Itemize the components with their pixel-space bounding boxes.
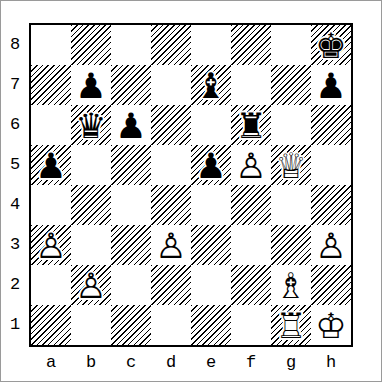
piece-glyph: ♟ xyxy=(311,65,351,105)
piece-glyph: ♚ xyxy=(311,25,351,65)
square-h7[interactable]: ♟♟ xyxy=(311,65,351,105)
square-b8[interactable] xyxy=(71,25,111,65)
piece-white-pawn[interactable]: ♟♙ xyxy=(71,265,111,305)
square-c4[interactable] xyxy=(111,185,151,225)
square-b5[interactable] xyxy=(71,145,111,185)
file-label-a: a xyxy=(31,351,71,375)
square-h5[interactable] xyxy=(311,145,351,185)
rank-label-8: 8 xyxy=(3,25,27,65)
rank-label-2: 2 xyxy=(3,265,27,305)
square-d5[interactable] xyxy=(151,145,191,185)
square-d8[interactable] xyxy=(151,25,191,65)
rank-label-5: 5 xyxy=(3,145,27,185)
piece-glyph: ♗ xyxy=(271,265,311,305)
file-labels: abcdefgh xyxy=(31,351,351,375)
square-c8[interactable] xyxy=(111,25,151,65)
piece-white-pawn[interactable]: ♟♙ xyxy=(31,225,71,265)
piece-black-pawn[interactable]: ♟♟ xyxy=(71,65,111,105)
square-g4[interactable] xyxy=(271,185,311,225)
square-e2[interactable] xyxy=(191,265,231,305)
square-g1[interactable]: ♜♖ xyxy=(271,305,311,345)
square-a1[interactable] xyxy=(31,305,71,345)
piece-white-pawn[interactable]: ♟♙ xyxy=(231,145,271,185)
piece-glyph: ♙ xyxy=(31,225,71,265)
square-a5[interactable]: ♟♟ xyxy=(31,145,71,185)
square-h2[interactable] xyxy=(311,265,351,305)
square-a3[interactable]: ♟♙ xyxy=(31,225,71,265)
square-e4[interactable] xyxy=(191,185,231,225)
square-a6[interactable] xyxy=(31,105,71,145)
chess-diagram-window: ♚♚♟♟♝♝♟♟♛♛♟♟♜♜♟♟♟♟♟♙♛♕♟♙♟♙♟♙♟♙♝♗♜♖♚♔ 876… xyxy=(0,0,382,382)
piece-glyph: ♟ xyxy=(191,145,231,185)
square-h6[interactable] xyxy=(311,105,351,145)
piece-white-bishop[interactable]: ♝♗ xyxy=(271,265,311,305)
square-e6[interactable] xyxy=(191,105,231,145)
file-label-d: d xyxy=(151,351,191,375)
piece-black-pawn[interactable]: ♟♟ xyxy=(191,145,231,185)
square-a2[interactable] xyxy=(31,265,71,305)
file-label-g: g xyxy=(271,351,311,375)
square-b3[interactable] xyxy=(71,225,111,265)
square-d6[interactable] xyxy=(151,105,191,145)
piece-black-pawn[interactable]: ♟♟ xyxy=(31,145,71,185)
file-label-h: h xyxy=(311,351,351,375)
square-a4[interactable] xyxy=(31,185,71,225)
chess-board: ♚♚♟♟♝♝♟♟♛♛♟♟♜♜♟♟♟♟♟♙♛♕♟♙♟♙♟♙♟♙♝♗♜♖♚♔ xyxy=(29,23,353,347)
piece-glyph: ♟ xyxy=(31,145,71,185)
piece-black-queen[interactable]: ♛♛ xyxy=(71,105,111,145)
square-e7[interactable]: ♝♝ xyxy=(191,65,231,105)
square-d3[interactable]: ♟♙ xyxy=(151,225,191,265)
square-g7[interactable] xyxy=(271,65,311,105)
square-f4[interactable] xyxy=(231,185,271,225)
piece-glyph: ♙ xyxy=(71,265,111,305)
rank-label-6: 6 xyxy=(3,105,27,145)
square-e1[interactable] xyxy=(191,305,231,345)
piece-glyph: ♔ xyxy=(311,305,351,345)
piece-glyph: ♝ xyxy=(191,65,231,105)
square-c5[interactable] xyxy=(111,145,151,185)
piece-black-pawn[interactable]: ♟♟ xyxy=(311,65,351,105)
square-b1[interactable] xyxy=(71,305,111,345)
square-c2[interactable] xyxy=(111,265,151,305)
file-label-f: f xyxy=(231,351,271,375)
square-g5[interactable]: ♛♕ xyxy=(271,145,311,185)
piece-glyph: ♟ xyxy=(111,105,151,145)
square-f7[interactable] xyxy=(231,65,271,105)
square-g8[interactable] xyxy=(271,25,311,65)
rank-label-4: 4 xyxy=(3,185,27,225)
piece-black-king[interactable]: ♚♚ xyxy=(311,25,351,65)
piece-glyph: ♟ xyxy=(71,65,111,105)
file-label-b: b xyxy=(71,351,111,375)
square-e8[interactable] xyxy=(191,25,231,65)
square-c1[interactable] xyxy=(111,305,151,345)
square-f2[interactable] xyxy=(231,265,271,305)
square-h3[interactable]: ♟♙ xyxy=(311,225,351,265)
piece-black-pawn[interactable]: ♟♟ xyxy=(111,105,151,145)
square-h8[interactable]: ♚♚ xyxy=(311,25,351,65)
rank-labels: 87654321 xyxy=(3,25,27,345)
piece-glyph: ♛ xyxy=(71,105,111,145)
piece-glyph: ♖ xyxy=(271,305,311,345)
square-f6[interactable]: ♜♜ xyxy=(231,105,271,145)
square-h1[interactable]: ♚♔ xyxy=(311,305,351,345)
square-e3[interactable] xyxy=(191,225,231,265)
rank-label-1: 1 xyxy=(3,305,27,345)
square-g6[interactable] xyxy=(271,105,311,145)
square-d4[interactable] xyxy=(151,185,191,225)
square-g2[interactable]: ♝♗ xyxy=(271,265,311,305)
square-a8[interactable] xyxy=(31,25,71,65)
piece-glyph: ♕ xyxy=(271,145,311,185)
square-e5[interactable]: ♟♟ xyxy=(191,145,231,185)
piece-white-king[interactable]: ♚♔ xyxy=(311,305,351,345)
square-a7[interactable] xyxy=(31,65,71,105)
file-label-c: c xyxy=(111,351,151,375)
rank-label-7: 7 xyxy=(3,65,27,105)
square-f5[interactable]: ♟♙ xyxy=(231,145,271,185)
piece-glyph: ♙ xyxy=(231,145,271,185)
square-b6[interactable]: ♛♛ xyxy=(71,105,111,145)
square-b2[interactable]: ♟♙ xyxy=(71,265,111,305)
square-c3[interactable] xyxy=(111,225,151,265)
piece-black-bishop[interactable]: ♝♝ xyxy=(191,65,231,105)
piece-glyph: ♜ xyxy=(231,105,271,145)
square-b7[interactable]: ♟♟ xyxy=(71,65,111,105)
square-g3[interactable] xyxy=(271,225,311,265)
piece-white-rook[interactable]: ♜♖ xyxy=(271,305,311,345)
square-h4[interactable] xyxy=(311,185,351,225)
square-d2[interactable] xyxy=(151,265,191,305)
square-f1[interactable] xyxy=(231,305,271,345)
piece-black-rook[interactable]: ♜♜ xyxy=(231,105,271,145)
square-d7[interactable] xyxy=(151,65,191,105)
piece-white-pawn[interactable]: ♟♙ xyxy=(151,225,191,265)
piece-white-queen[interactable]: ♛♕ xyxy=(271,145,311,185)
square-c7[interactable] xyxy=(111,65,151,105)
square-b4[interactable] xyxy=(71,185,111,225)
square-f8[interactable] xyxy=(231,25,271,65)
piece-glyph: ♙ xyxy=(151,225,191,265)
piece-glyph: ♙ xyxy=(311,225,351,265)
square-f3[interactable] xyxy=(231,225,271,265)
square-c6[interactable]: ♟♟ xyxy=(111,105,151,145)
rank-label-3: 3 xyxy=(3,225,27,265)
piece-white-pawn[interactable]: ♟♙ xyxy=(311,225,351,265)
square-d1[interactable] xyxy=(151,305,191,345)
file-label-e: e xyxy=(191,351,231,375)
